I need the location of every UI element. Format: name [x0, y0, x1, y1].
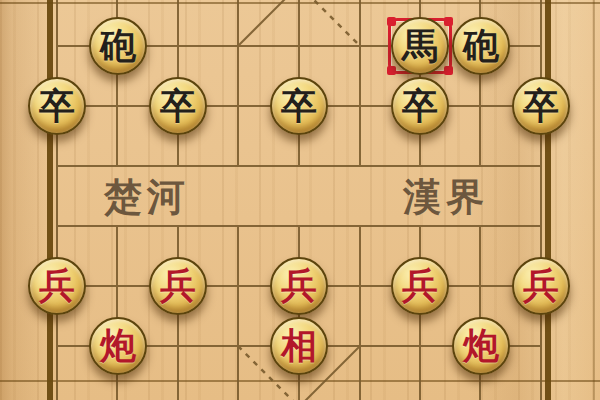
- piece-character: 馬: [402, 28, 438, 64]
- piece-character: 砲: [100, 28, 136, 64]
- piece-character: 兵: [281, 268, 317, 304]
- piece-character: 卒: [39, 88, 75, 124]
- river-text-han-jie: 漢界: [403, 178, 489, 216]
- piece-character: 兵: [39, 268, 75, 304]
- piece-black-cannon[interactable]: 砲: [452, 17, 510, 75]
- piece-red-soldier[interactable]: 兵: [512, 257, 570, 315]
- piece-red-soldier[interactable]: 兵: [270, 257, 328, 315]
- piece-black-soldier[interactable]: 卒: [28, 77, 86, 135]
- piece-character: 炮: [463, 328, 499, 364]
- piece-character: 兵: [523, 268, 559, 304]
- piece-black-cannon[interactable]: 砲: [89, 17, 147, 75]
- piece-character: 相: [281, 328, 317, 364]
- river-text-chu-he: 楚河: [104, 178, 190, 216]
- piece-character: 兵: [402, 268, 438, 304]
- piece-black-soldier[interactable]: 卒: [149, 77, 207, 135]
- piece-character: 炮: [100, 328, 136, 364]
- wood-table-background: 楚河 漢界 砲馬砲卒卒卒卒卒兵兵兵兵兵炮相炮: [0, 0, 600, 400]
- piece-red-elephant[interactable]: 相: [270, 317, 328, 375]
- piece-red-soldier[interactable]: 兵: [149, 257, 207, 315]
- piece-character: 兵: [160, 268, 196, 304]
- piece-character: 卒: [402, 88, 438, 124]
- piece-black-horse[interactable]: 馬: [391, 17, 449, 75]
- piece-red-soldier[interactable]: 兵: [28, 257, 86, 315]
- piece-red-soldier[interactable]: 兵: [391, 257, 449, 315]
- piece-character: 砲: [463, 28, 499, 64]
- xiangqi-board[interactable]: 楚河 漢界 砲馬砲卒卒卒卒卒兵兵兵兵兵炮相炮: [0, 0, 600, 400]
- piece-character: 卒: [160, 88, 196, 124]
- piece-red-cannon[interactable]: 炮: [89, 317, 147, 375]
- piece-black-soldier[interactable]: 卒: [270, 77, 328, 135]
- piece-black-soldier[interactable]: 卒: [512, 77, 570, 135]
- piece-character: 卒: [281, 88, 317, 124]
- piece-red-cannon[interactable]: 炮: [452, 317, 510, 375]
- piece-character: 卒: [523, 88, 559, 124]
- piece-black-soldier[interactable]: 卒: [391, 77, 449, 135]
